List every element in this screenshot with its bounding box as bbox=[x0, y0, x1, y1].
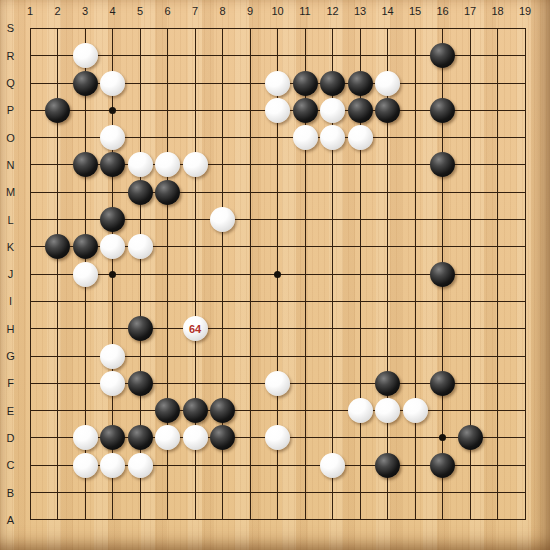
intersection-O3[interactable] bbox=[71, 124, 99, 151]
intersection-P11[interactable] bbox=[291, 97, 319, 124]
intersection-B13[interactable] bbox=[346, 479, 374, 506]
intersection-F16[interactable] bbox=[429, 370, 457, 397]
intersection-L9[interactable] bbox=[236, 206, 264, 233]
intersection-M8[interactable] bbox=[209, 179, 237, 206]
intersection-Q11[interactable] bbox=[291, 69, 319, 96]
intersection-N15[interactable] bbox=[401, 151, 429, 178]
intersection-E2[interactable] bbox=[44, 397, 72, 424]
intersection-F17[interactable] bbox=[456, 370, 484, 397]
intersection-J18[interactable] bbox=[484, 261, 512, 288]
intersection-I2[interactable] bbox=[44, 288, 72, 315]
intersection-I13[interactable] bbox=[346, 288, 374, 315]
intersection-I11[interactable] bbox=[291, 288, 319, 315]
intersection-D8[interactable] bbox=[209, 424, 237, 451]
intersection-K19[interactable] bbox=[511, 233, 539, 260]
intersection-M16[interactable] bbox=[429, 179, 457, 206]
intersection-P18[interactable] bbox=[484, 97, 512, 124]
intersection-O9[interactable] bbox=[236, 124, 264, 151]
intersection-M3[interactable] bbox=[71, 179, 99, 206]
intersection-J2[interactable] bbox=[44, 261, 72, 288]
intersection-F9[interactable] bbox=[236, 370, 264, 397]
intersection-K18[interactable] bbox=[484, 233, 512, 260]
intersection-K16[interactable] bbox=[429, 233, 457, 260]
intersection-J17[interactable] bbox=[456, 261, 484, 288]
intersection-H15[interactable] bbox=[401, 315, 429, 342]
intersection-Q18[interactable] bbox=[484, 69, 512, 96]
intersection-P13[interactable] bbox=[346, 97, 374, 124]
intersection-O12[interactable] bbox=[319, 124, 347, 151]
intersection-J6[interactable] bbox=[154, 261, 182, 288]
intersection-F3[interactable] bbox=[71, 370, 99, 397]
intersection-G4[interactable] bbox=[99, 342, 127, 369]
intersection-B9[interactable] bbox=[236, 479, 264, 506]
intersection-G13[interactable] bbox=[346, 342, 374, 369]
intersection-K7[interactable] bbox=[181, 233, 209, 260]
intersection-A7[interactable] bbox=[181, 506, 209, 533]
intersection-A13[interactable] bbox=[346, 506, 374, 533]
intersection-A18[interactable] bbox=[484, 506, 512, 533]
intersection-B4[interactable] bbox=[99, 479, 127, 506]
intersection-H7[interactable]: 64 bbox=[181, 315, 209, 342]
intersection-M2[interactable] bbox=[44, 179, 72, 206]
intersection-O7[interactable] bbox=[181, 124, 209, 151]
intersection-Q3[interactable] bbox=[71, 69, 99, 96]
intersection-Q14[interactable] bbox=[374, 69, 402, 96]
intersection-D2[interactable] bbox=[44, 424, 72, 451]
intersection-O17[interactable] bbox=[456, 124, 484, 151]
intersection-L14[interactable] bbox=[374, 206, 402, 233]
intersection-N3[interactable] bbox=[71, 151, 99, 178]
intersection-D19[interactable] bbox=[511, 424, 539, 451]
intersection-O18[interactable] bbox=[484, 124, 512, 151]
intersection-J7[interactable] bbox=[181, 261, 209, 288]
intersection-I9[interactable] bbox=[236, 288, 264, 315]
intersection-M11[interactable] bbox=[291, 179, 319, 206]
intersection-E11[interactable] bbox=[291, 397, 319, 424]
intersection-H6[interactable] bbox=[154, 315, 182, 342]
intersection-F4[interactable] bbox=[99, 370, 127, 397]
intersection-B5[interactable] bbox=[126, 479, 154, 506]
intersection-F12[interactable] bbox=[319, 370, 347, 397]
intersection-Q13[interactable] bbox=[346, 69, 374, 96]
intersection-C13[interactable] bbox=[346, 452, 374, 479]
intersection-A10[interactable] bbox=[264, 506, 292, 533]
intersection-Q2[interactable] bbox=[44, 69, 72, 96]
intersection-M7[interactable] bbox=[181, 179, 209, 206]
intersection-D5[interactable] bbox=[126, 424, 154, 451]
intersection-F2[interactable] bbox=[44, 370, 72, 397]
intersection-H19[interactable] bbox=[511, 315, 539, 342]
intersection-N4[interactable] bbox=[99, 151, 127, 178]
intersection-D13[interactable] bbox=[346, 424, 374, 451]
intersection-P10[interactable] bbox=[264, 97, 292, 124]
intersection-H12[interactable] bbox=[319, 315, 347, 342]
intersection-D11[interactable] bbox=[291, 424, 319, 451]
intersection-A11[interactable] bbox=[291, 506, 319, 533]
intersection-N13[interactable] bbox=[346, 151, 374, 178]
intersection-F18[interactable] bbox=[484, 370, 512, 397]
intersection-C16[interactable] bbox=[429, 452, 457, 479]
intersection-K12[interactable] bbox=[319, 233, 347, 260]
intersection-K5[interactable] bbox=[126, 233, 154, 260]
intersection-N10[interactable] bbox=[264, 151, 292, 178]
intersection-K2[interactable] bbox=[44, 233, 72, 260]
intersection-F7[interactable] bbox=[181, 370, 209, 397]
intersection-J10[interactable] bbox=[264, 261, 292, 288]
intersection-B14[interactable] bbox=[374, 479, 402, 506]
intersection-P2[interactable] bbox=[44, 97, 72, 124]
intersection-N9[interactable] bbox=[236, 151, 264, 178]
intersection-I10[interactable] bbox=[264, 288, 292, 315]
intersection-H11[interactable] bbox=[291, 315, 319, 342]
intersection-D14[interactable] bbox=[374, 424, 402, 451]
intersection-I3[interactable] bbox=[71, 288, 99, 315]
intersection-G11[interactable] bbox=[291, 342, 319, 369]
intersection-I4[interactable] bbox=[99, 288, 127, 315]
intersection-M13[interactable] bbox=[346, 179, 374, 206]
intersection-H5[interactable] bbox=[126, 315, 154, 342]
intersection-J14[interactable] bbox=[374, 261, 402, 288]
intersection-D15[interactable] bbox=[401, 424, 429, 451]
intersection-N18[interactable] bbox=[484, 151, 512, 178]
intersection-H3[interactable] bbox=[71, 315, 99, 342]
intersection-E18[interactable] bbox=[484, 397, 512, 424]
intersection-Q5[interactable] bbox=[126, 69, 154, 96]
intersection-H8[interactable] bbox=[209, 315, 237, 342]
intersection-G14[interactable] bbox=[374, 342, 402, 369]
intersection-J5[interactable] bbox=[126, 261, 154, 288]
intersection-R4[interactable] bbox=[99, 42, 127, 69]
intersection-I18[interactable] bbox=[484, 288, 512, 315]
intersection-C8[interactable] bbox=[209, 452, 237, 479]
intersection-K6[interactable] bbox=[154, 233, 182, 260]
intersection-G9[interactable] bbox=[236, 342, 264, 369]
intersection-N8[interactable] bbox=[209, 151, 237, 178]
intersection-N17[interactable] bbox=[456, 151, 484, 178]
intersection-N2[interactable] bbox=[44, 151, 72, 178]
intersection-H17[interactable] bbox=[456, 315, 484, 342]
intersection-R13[interactable] bbox=[346, 42, 374, 69]
intersection-O15[interactable] bbox=[401, 124, 429, 151]
intersection-E16[interactable] bbox=[429, 397, 457, 424]
intersection-C5[interactable] bbox=[126, 452, 154, 479]
intersection-K17[interactable] bbox=[456, 233, 484, 260]
intersection-N6[interactable] bbox=[154, 151, 182, 178]
intersection-Q17[interactable] bbox=[456, 69, 484, 96]
intersection-R10[interactable] bbox=[264, 42, 292, 69]
intersection-P4[interactable] bbox=[99, 97, 127, 124]
intersection-R8[interactable] bbox=[209, 42, 237, 69]
intersection-O2[interactable] bbox=[44, 124, 72, 151]
intersection-I6[interactable] bbox=[154, 288, 182, 315]
intersection-L7[interactable] bbox=[181, 206, 209, 233]
intersection-I5[interactable] bbox=[126, 288, 154, 315]
intersection-L4[interactable] bbox=[99, 206, 127, 233]
intersection-K15[interactable] bbox=[401, 233, 429, 260]
intersection-H4[interactable] bbox=[99, 315, 127, 342]
intersection-C19[interactable] bbox=[511, 452, 539, 479]
intersection-L13[interactable] bbox=[346, 206, 374, 233]
intersection-P19[interactable] bbox=[511, 97, 539, 124]
intersection-D10[interactable] bbox=[264, 424, 292, 451]
intersection-G17[interactable] bbox=[456, 342, 484, 369]
intersection-R7[interactable] bbox=[181, 42, 209, 69]
intersection-F14[interactable] bbox=[374, 370, 402, 397]
intersection-H14[interactable] bbox=[374, 315, 402, 342]
intersection-B19[interactable] bbox=[511, 479, 539, 506]
intersection-R16[interactable] bbox=[429, 42, 457, 69]
intersection-B2[interactable] bbox=[44, 479, 72, 506]
intersection-Q15[interactable] bbox=[401, 69, 429, 96]
intersection-C12[interactable] bbox=[319, 452, 347, 479]
intersection-N7[interactable] bbox=[181, 151, 209, 178]
intersection-R2[interactable] bbox=[44, 42, 72, 69]
intersection-J8[interactable] bbox=[209, 261, 237, 288]
intersection-K13[interactable] bbox=[346, 233, 374, 260]
intersection-H16[interactable] bbox=[429, 315, 457, 342]
intersection-H18[interactable] bbox=[484, 315, 512, 342]
intersection-L11[interactable] bbox=[291, 206, 319, 233]
intersection-G6[interactable] bbox=[154, 342, 182, 369]
intersection-D17[interactable] bbox=[456, 424, 484, 451]
intersection-E3[interactable] bbox=[71, 397, 99, 424]
intersection-O13[interactable] bbox=[346, 124, 374, 151]
intersection-A8[interactable] bbox=[209, 506, 237, 533]
intersection-Q7[interactable] bbox=[181, 69, 209, 96]
intersection-G15[interactable] bbox=[401, 342, 429, 369]
intersection-D4[interactable] bbox=[99, 424, 127, 451]
intersection-M15[interactable] bbox=[401, 179, 429, 206]
intersection-M6[interactable] bbox=[154, 179, 182, 206]
intersection-R19[interactable] bbox=[511, 42, 539, 69]
intersection-R3[interactable] bbox=[71, 42, 99, 69]
intersection-L3[interactable] bbox=[71, 206, 99, 233]
intersection-C3[interactable] bbox=[71, 452, 99, 479]
intersection-G18[interactable] bbox=[484, 342, 512, 369]
intersection-P7[interactable] bbox=[181, 97, 209, 124]
intersection-O11[interactable] bbox=[291, 124, 319, 151]
intersection-L17[interactable] bbox=[456, 206, 484, 233]
intersection-C4[interactable] bbox=[99, 452, 127, 479]
intersection-A9[interactable] bbox=[236, 506, 264, 533]
intersection-R18[interactable] bbox=[484, 42, 512, 69]
intersection-I16[interactable] bbox=[429, 288, 457, 315]
intersection-R11[interactable] bbox=[291, 42, 319, 69]
intersection-N11[interactable] bbox=[291, 151, 319, 178]
intersection-R17[interactable] bbox=[456, 42, 484, 69]
intersection-G10[interactable] bbox=[264, 342, 292, 369]
intersection-Q9[interactable] bbox=[236, 69, 264, 96]
intersection-D9[interactable] bbox=[236, 424, 264, 451]
intersection-R12[interactable] bbox=[319, 42, 347, 69]
intersection-J4[interactable] bbox=[99, 261, 127, 288]
intersection-G16[interactable] bbox=[429, 342, 457, 369]
intersection-P15[interactable] bbox=[401, 97, 429, 124]
intersection-R9[interactable] bbox=[236, 42, 264, 69]
intersection-L5[interactable] bbox=[126, 206, 154, 233]
intersection-G7[interactable] bbox=[181, 342, 209, 369]
intersection-L15[interactable] bbox=[401, 206, 429, 233]
intersection-O14[interactable] bbox=[374, 124, 402, 151]
intersection-G19[interactable] bbox=[511, 342, 539, 369]
intersection-Q4[interactable] bbox=[99, 69, 127, 96]
intersection-O5[interactable] bbox=[126, 124, 154, 151]
intersection-R15[interactable] bbox=[401, 42, 429, 69]
intersection-B18[interactable] bbox=[484, 479, 512, 506]
intersection-A17[interactable] bbox=[456, 506, 484, 533]
intersection-E19[interactable] bbox=[511, 397, 539, 424]
intersection-L10[interactable] bbox=[264, 206, 292, 233]
intersection-L2[interactable] bbox=[44, 206, 72, 233]
intersection-C15[interactable] bbox=[401, 452, 429, 479]
intersection-N14[interactable] bbox=[374, 151, 402, 178]
intersection-P14[interactable] bbox=[374, 97, 402, 124]
intersection-B7[interactable] bbox=[181, 479, 209, 506]
intersection-A5[interactable] bbox=[126, 506, 154, 533]
intersection-Q6[interactable] bbox=[154, 69, 182, 96]
intersection-E13[interactable] bbox=[346, 397, 374, 424]
intersection-K10[interactable] bbox=[264, 233, 292, 260]
intersection-P16[interactable] bbox=[429, 97, 457, 124]
intersection-R14[interactable] bbox=[374, 42, 402, 69]
intersection-P17[interactable] bbox=[456, 97, 484, 124]
intersection-L18[interactable] bbox=[484, 206, 512, 233]
intersection-K8[interactable] bbox=[209, 233, 237, 260]
intersection-D3[interactable] bbox=[71, 424, 99, 451]
intersection-K11[interactable] bbox=[291, 233, 319, 260]
intersection-E8[interactable] bbox=[209, 397, 237, 424]
intersection-M10[interactable] bbox=[264, 179, 292, 206]
intersection-K3[interactable] bbox=[71, 233, 99, 260]
intersection-D18[interactable] bbox=[484, 424, 512, 451]
intersection-A3[interactable] bbox=[71, 506, 99, 533]
intersection-J16[interactable] bbox=[429, 261, 457, 288]
intersection-H9[interactable] bbox=[236, 315, 264, 342]
intersection-F8[interactable] bbox=[209, 370, 237, 397]
intersection-M9[interactable] bbox=[236, 179, 264, 206]
intersection-A14[interactable] bbox=[374, 506, 402, 533]
intersection-L8[interactable] bbox=[209, 206, 237, 233]
intersection-P6[interactable] bbox=[154, 97, 182, 124]
intersection-I19[interactable] bbox=[511, 288, 539, 315]
intersection-M5[interactable] bbox=[126, 179, 154, 206]
intersection-E9[interactable] bbox=[236, 397, 264, 424]
intersection-R5[interactable] bbox=[126, 42, 154, 69]
intersection-A16[interactable] bbox=[429, 506, 457, 533]
intersection-G3[interactable] bbox=[71, 342, 99, 369]
intersection-D7[interactable] bbox=[181, 424, 209, 451]
intersection-I12[interactable] bbox=[319, 288, 347, 315]
intersection-E7[interactable] bbox=[181, 397, 209, 424]
intersection-O6[interactable] bbox=[154, 124, 182, 151]
intersection-H10[interactable] bbox=[264, 315, 292, 342]
intersection-J19[interactable] bbox=[511, 261, 539, 288]
intersection-F15[interactable] bbox=[401, 370, 429, 397]
intersection-D12[interactable] bbox=[319, 424, 347, 451]
intersection-O16[interactable] bbox=[429, 124, 457, 151]
intersection-C6[interactable] bbox=[154, 452, 182, 479]
intersection-B15[interactable] bbox=[401, 479, 429, 506]
intersection-Q16[interactable] bbox=[429, 69, 457, 96]
intersection-K14[interactable] bbox=[374, 233, 402, 260]
intersection-F13[interactable] bbox=[346, 370, 374, 397]
intersection-F11[interactable] bbox=[291, 370, 319, 397]
intersection-J12[interactable] bbox=[319, 261, 347, 288]
intersection-B6[interactable] bbox=[154, 479, 182, 506]
intersection-C17[interactable] bbox=[456, 452, 484, 479]
intersection-B12[interactable] bbox=[319, 479, 347, 506]
intersection-R6[interactable] bbox=[154, 42, 182, 69]
intersection-J9[interactable] bbox=[236, 261, 264, 288]
intersection-P5[interactable] bbox=[126, 97, 154, 124]
intersection-A2[interactable] bbox=[44, 506, 72, 533]
intersection-E12[interactable] bbox=[319, 397, 347, 424]
intersection-L16[interactable] bbox=[429, 206, 457, 233]
intersection-O19[interactable] bbox=[511, 124, 539, 151]
intersection-E14[interactable] bbox=[374, 397, 402, 424]
intersection-Q19[interactable] bbox=[511, 69, 539, 96]
intersection-H2[interactable] bbox=[44, 315, 72, 342]
intersection-G8[interactable] bbox=[209, 342, 237, 369]
intersection-N19[interactable] bbox=[511, 151, 539, 178]
intersection-O10[interactable] bbox=[264, 124, 292, 151]
intersection-I15[interactable] bbox=[401, 288, 429, 315]
intersection-G2[interactable] bbox=[44, 342, 72, 369]
intersection-P12[interactable] bbox=[319, 97, 347, 124]
intersection-F19[interactable] bbox=[511, 370, 539, 397]
intersection-O8[interactable] bbox=[209, 124, 237, 151]
intersection-Q12[interactable] bbox=[319, 69, 347, 96]
intersection-O4[interactable] bbox=[99, 124, 127, 151]
intersection-L19[interactable] bbox=[511, 206, 539, 233]
intersection-B3[interactable] bbox=[71, 479, 99, 506]
intersection-H13[interactable] bbox=[346, 315, 374, 342]
intersection-I8[interactable] bbox=[209, 288, 237, 315]
intersection-C14[interactable] bbox=[374, 452, 402, 479]
intersection-D16[interactable] bbox=[429, 424, 457, 451]
intersection-B10[interactable] bbox=[264, 479, 292, 506]
intersection-C7[interactable] bbox=[181, 452, 209, 479]
intersection-L6[interactable] bbox=[154, 206, 182, 233]
intersection-N12[interactable] bbox=[319, 151, 347, 178]
intersection-E10[interactable] bbox=[264, 397, 292, 424]
intersection-E6[interactable] bbox=[154, 397, 182, 424]
intersection-P3[interactable] bbox=[71, 97, 99, 124]
intersection-C9[interactable] bbox=[236, 452, 264, 479]
intersection-Q8[interactable] bbox=[209, 69, 237, 96]
intersection-C11[interactable] bbox=[291, 452, 319, 479]
intersection-K4[interactable] bbox=[99, 233, 127, 260]
intersection-G12[interactable] bbox=[319, 342, 347, 369]
intersection-B8[interactable] bbox=[209, 479, 237, 506]
intersection-A19[interactable] bbox=[511, 506, 539, 533]
intersection-N5[interactable] bbox=[126, 151, 154, 178]
intersection-J15[interactable] bbox=[401, 261, 429, 288]
intersection-F10[interactable] bbox=[264, 370, 292, 397]
intersection-B11[interactable] bbox=[291, 479, 319, 506]
intersection-L12[interactable] bbox=[319, 206, 347, 233]
intersection-I14[interactable] bbox=[374, 288, 402, 315]
intersection-E5[interactable] bbox=[126, 397, 154, 424]
intersection-A15[interactable] bbox=[401, 506, 429, 533]
intersection-F6[interactable] bbox=[154, 370, 182, 397]
intersection-M4[interactable] bbox=[99, 179, 127, 206]
intersection-C18[interactable] bbox=[484, 452, 512, 479]
intersection-M17[interactable] bbox=[456, 179, 484, 206]
intersection-G5[interactable] bbox=[126, 342, 154, 369]
intersection-E15[interactable] bbox=[401, 397, 429, 424]
intersection-E17[interactable] bbox=[456, 397, 484, 424]
